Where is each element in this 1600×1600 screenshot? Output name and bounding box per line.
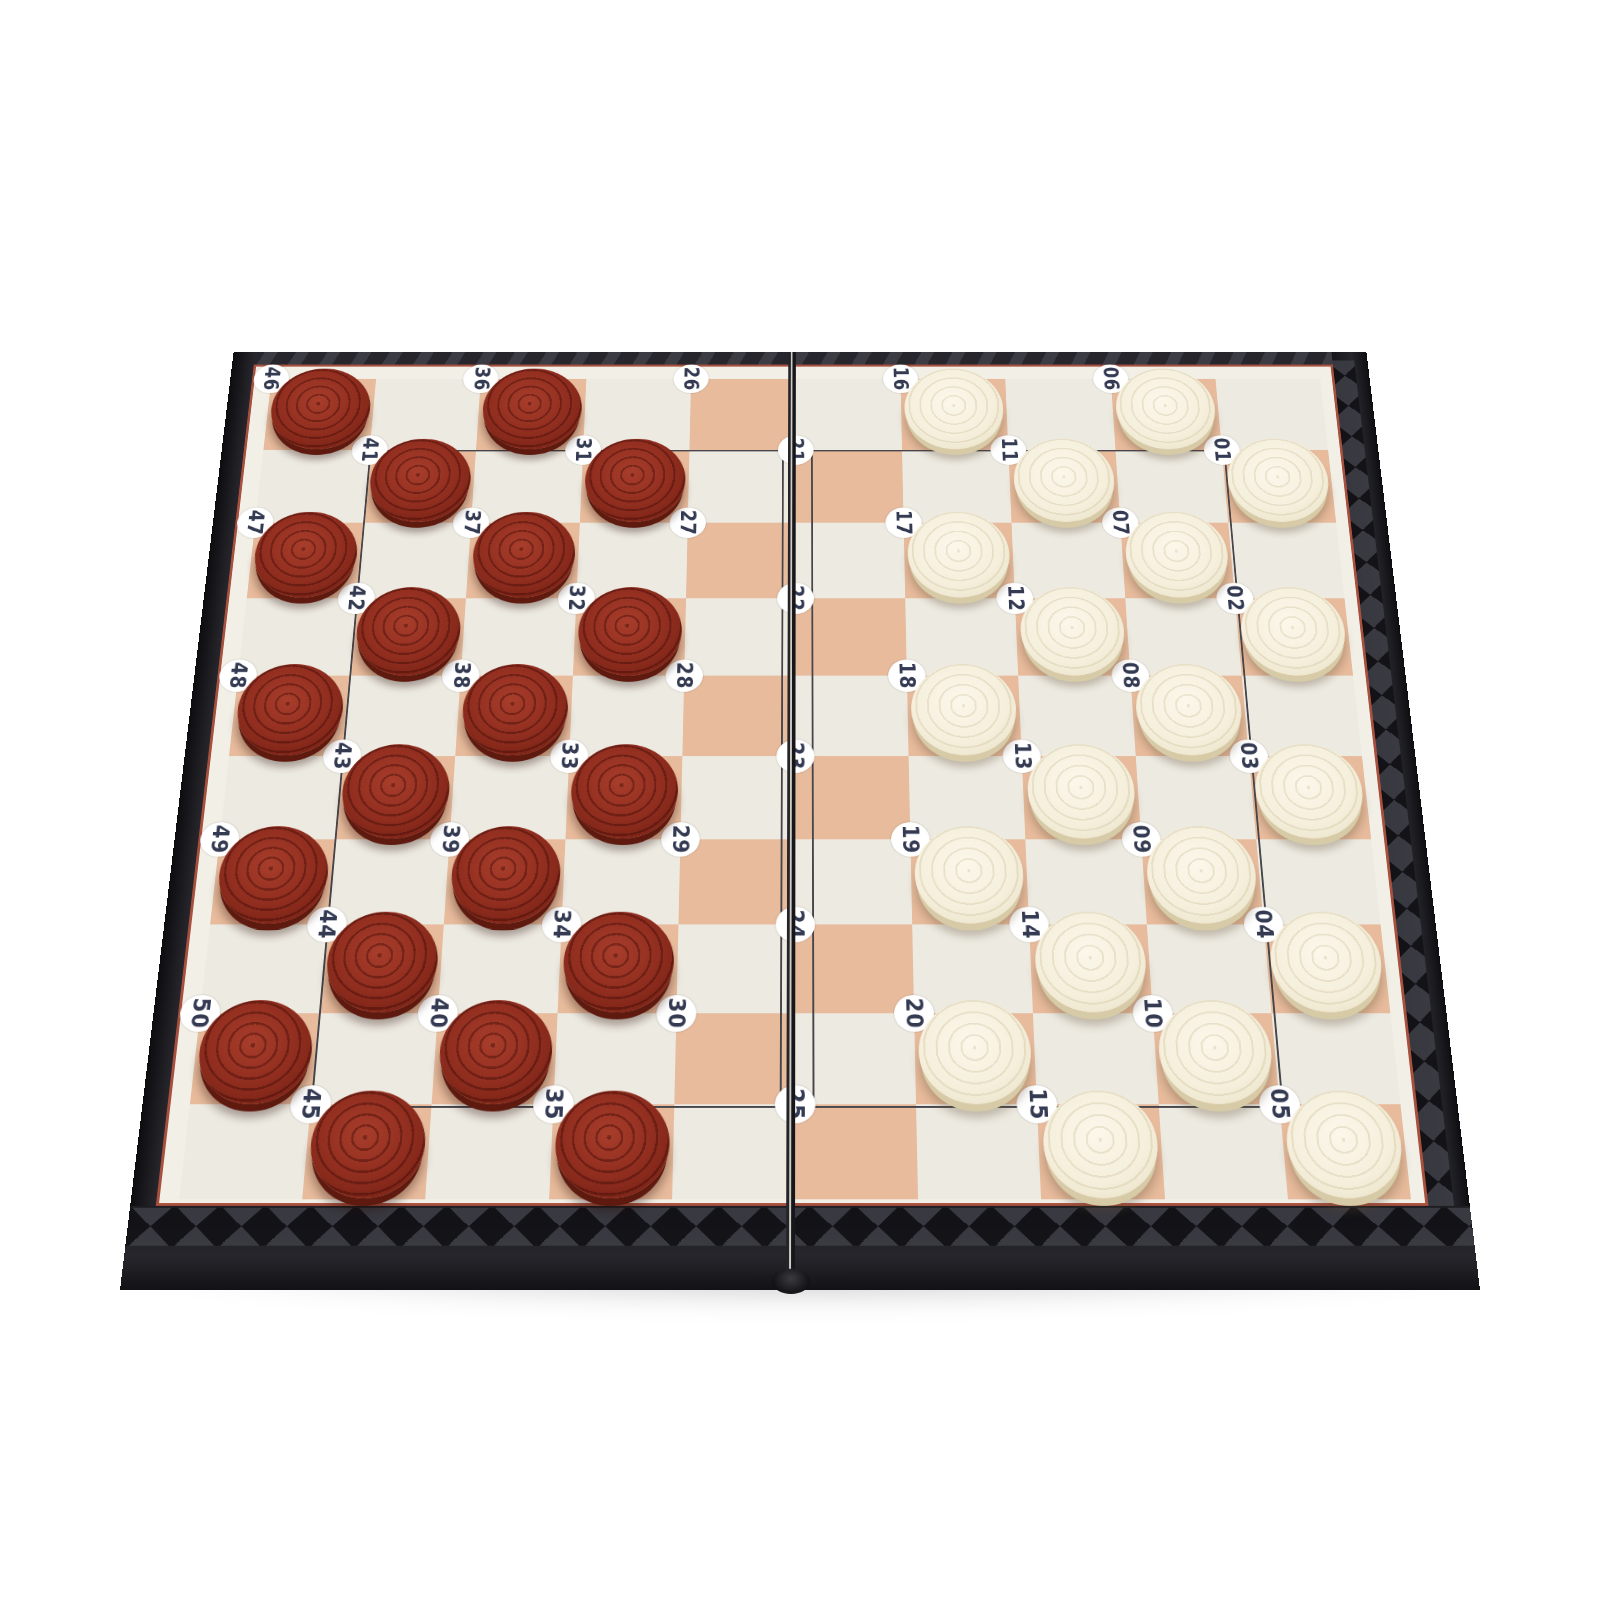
square-number-text: 28	[671, 662, 697, 689]
square-number-text: 31	[570, 437, 595, 462]
product-photo-background: 4636261606413121110147372717074232221202…	[0, 0, 1600, 1600]
square-number-text: 16	[889, 367, 913, 391]
square-number-text: 01	[1209, 437, 1235, 462]
square-light-c6r1[interactable]	[796, 379, 902, 450]
square-number-text: 08	[1117, 662, 1144, 689]
square-number-text: 18	[894, 662, 920, 689]
square-number-text: 09	[1127, 825, 1155, 854]
square-number-text: 20	[901, 998, 928, 1029]
case-frame-top-edge	[232, 352, 1368, 364]
square-number-text: 17	[891, 510, 916, 536]
square-number-text: 27	[675, 510, 700, 536]
square-light-c5r10[interactable]	[672, 1105, 795, 1200]
square-number-text: 37	[458, 510, 484, 536]
square-number-text: 19	[897, 825, 923, 854]
square-number-text: 38	[448, 662, 475, 689]
square-light-c7r10[interactable]	[916, 1105, 1041, 1200]
square-number-text: 13	[1009, 742, 1036, 770]
square-number-text: 30	[663, 998, 690, 1029]
square-number-text: 29	[667, 825, 693, 854]
square-number-text: 15	[1023, 1089, 1051, 1121]
square-number-text: 02	[1221, 585, 1248, 611]
square-number-text: 11	[996, 437, 1021, 462]
square-number-text: 32	[563, 585, 589, 611]
square-number-text: 07	[1107, 510, 1133, 536]
square-number-text: 34	[547, 910, 575, 940]
pyramid-stud-texture	[125, 1208, 1474, 1246]
square-number-text: 35	[539, 1089, 568, 1121]
square-26[interactable]	[689, 379, 796, 450]
square-number-text: 05	[1265, 1089, 1295, 1121]
folding-checkers-board: 4636261606413121110147372717074232221202…	[120, 352, 1480, 1290]
square-light-c1r10[interactable]	[179, 1105, 311, 1200]
square-25[interactable]	[795, 1105, 918, 1200]
square-number-text: 10	[1138, 998, 1167, 1029]
square-light-c3r10[interactable]	[426, 1105, 553, 1200]
square-number-text: 39	[436, 825, 464, 854]
square-number-text: 03	[1235, 742, 1263, 770]
square-number-text: 04	[1249, 910, 1278, 940]
hinge-pin	[772, 1269, 810, 1294]
square-number-text: 26	[679, 367, 703, 391]
square-number-text: 33	[556, 742, 583, 770]
board-plane: 4636261606413121110147372717074232221202…	[120, 352, 1480, 1290]
square-number-text: 12	[1002, 585, 1028, 611]
square-number-text: 14	[1016, 910, 1043, 940]
square-number-text: 36	[469, 367, 494, 391]
square-number-text: 06	[1098, 367, 1123, 391]
centre-fold-hinge-line	[786, 352, 796, 1290]
square-number-text: 40	[424, 998, 453, 1029]
